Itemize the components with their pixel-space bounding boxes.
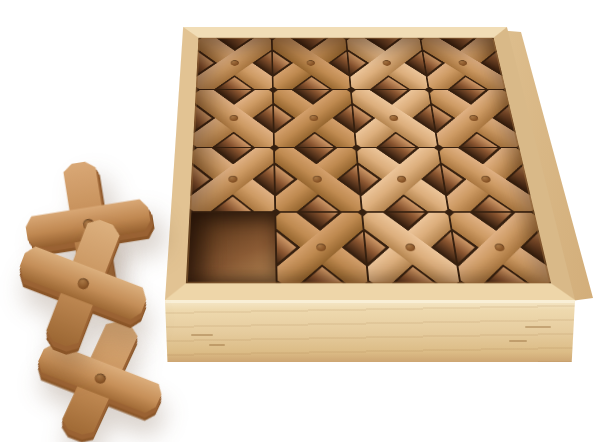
block-stack-r3c2[interactable] <box>275 148 361 211</box>
dowel-mark <box>396 175 406 182</box>
block-stack-r2c2[interactable] <box>274 90 355 147</box>
scene <box>0 0 600 442</box>
dowel-mark <box>458 60 467 66</box>
box-opening <box>165 27 575 300</box>
dowel-mark <box>316 243 326 251</box>
removed-blocks-tower <box>16 160 176 350</box>
block-stack-r2c3[interactable] <box>352 90 437 147</box>
wood-grain-mark <box>509 340 527 342</box>
block-stack-r1c1[interactable] <box>196 38 272 89</box>
dowel-mark <box>230 60 238 66</box>
wood-grain-mark <box>209 344 225 346</box>
dowel-mark <box>306 60 314 66</box>
block-stack-r3c1[interactable] <box>190 148 275 211</box>
storage-box <box>165 28 597 368</box>
dowel-mark <box>309 115 318 121</box>
dowel-mark <box>468 115 478 121</box>
block-stack-r4c2[interactable] <box>276 213 367 284</box>
box-front-face <box>165 300 575 362</box>
dowel-mark <box>229 115 238 121</box>
dowel-mark <box>480 175 490 182</box>
block-stack-r2c4[interactable] <box>430 90 520 147</box>
wood-grain-mark <box>525 326 551 328</box>
block-stack-r1c2[interactable] <box>273 38 350 89</box>
block-grid <box>186 38 551 284</box>
dowel-mark <box>312 175 321 182</box>
block-stack-r1c3[interactable] <box>347 38 428 89</box>
block-stack-r3c3[interactable] <box>357 148 448 211</box>
block-stack-r4c4[interactable] <box>450 213 551 284</box>
dowel-mark <box>382 60 391 66</box>
empty-slot-r4c1[interactable] <box>186 213 276 284</box>
dowel-mark <box>404 243 415 251</box>
block-stack-r1c4[interactable] <box>421 38 506 89</box>
block-stack-r2c1[interactable] <box>193 90 273 147</box>
wood-grain-mark <box>191 334 213 336</box>
block-stack-r4c3[interactable] <box>363 213 459 284</box>
block-stack-r3c4[interactable] <box>439 148 534 211</box>
dowel-mark <box>228 175 237 182</box>
dowel-mark <box>389 115 398 121</box>
